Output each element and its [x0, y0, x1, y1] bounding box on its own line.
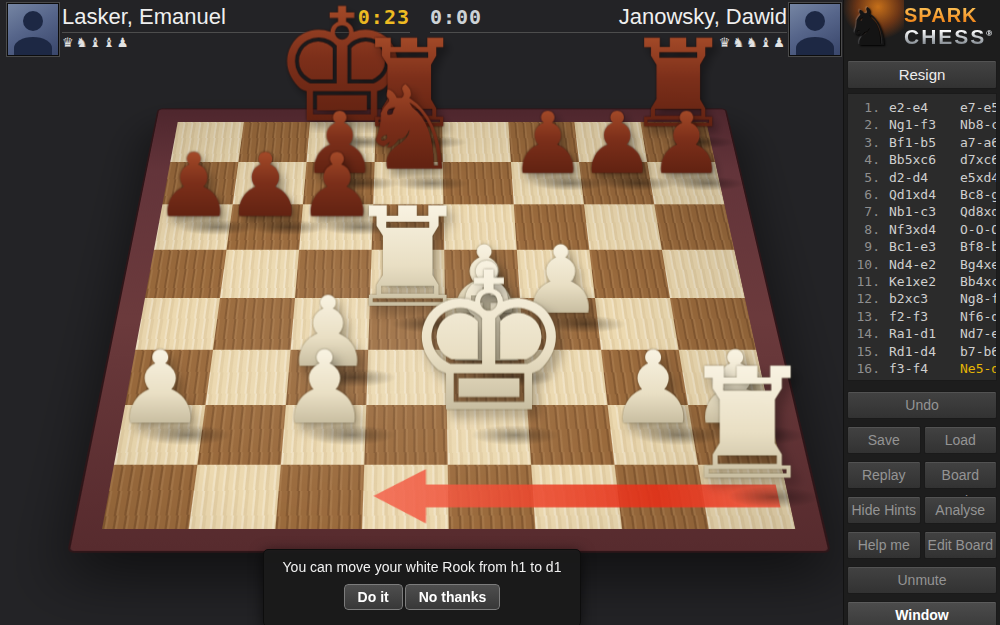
piece-shadow — [468, 425, 561, 446]
board-frame — [70, 109, 828, 550]
move-row[interactable]: 14.Ra1-d1Nd7-e5 — [854, 325, 996, 342]
move-row[interactable]: 13.f2-f3Nf6-d7 — [854, 308, 996, 325]
panel-button-edit-board[interactable]: Edit Board — [924, 531, 998, 559]
square-b1[interactable] — [189, 465, 281, 529]
move-row[interactable]: 7.Nb1-c3Qd8xd4 — [854, 203, 996, 220]
piece-shadow — [465, 315, 552, 333]
piece-shadow — [322, 176, 400, 191]
square-f8[interactable] — [508, 122, 579, 162]
brand-spark: SPARK — [904, 5, 994, 25]
piece-shadow — [325, 135, 401, 149]
player-bar: Lasker, Emanuel 0:23 ♛♞♝♝♟ 0:00 Janowsky… — [0, 0, 843, 52]
panel-button-hide-hints[interactable]: Hide Hints — [847, 496, 921, 524]
piece-shadow — [541, 315, 628, 333]
sparkchess-logo: ♞ SPARK CHESS® — [844, 0, 1000, 57]
square-f5[interactable] — [517, 250, 595, 298]
piece-shadow — [393, 135, 469, 149]
square-c4[interactable] — [291, 298, 370, 350]
black-knight-d7[interactable]: ♞ — [357, 71, 461, 187]
square-h6[interactable] — [654, 204, 734, 249]
hint-text: You can move your white Rook from h1 to … — [264, 559, 580, 575]
panel-button-help-me[interactable]: Help me — [847, 531, 921, 559]
piece-shadow — [392, 176, 470, 191]
square-h8[interactable] — [640, 122, 715, 162]
square-d1[interactable] — [362, 465, 449, 529]
registered-mark: ® — [986, 29, 994, 38]
square-d3[interactable] — [366, 350, 446, 405]
square-g5[interactable] — [589, 250, 670, 298]
square-g4[interactable] — [595, 298, 679, 350]
square-a6[interactable] — [154, 204, 233, 249]
move-row[interactable]: 3.Bf1-b5a7-a6 — [854, 134, 996, 151]
move-row[interactable]: 11.Ke1xe2Bb4xc3 — [854, 273, 996, 290]
black-pawn-a6[interactable]: ♟ — [154, 143, 233, 231]
captured-white: ♛♞♝♝♟ — [62, 35, 410, 50]
sparkchess-knight-logo-icon: ♞ — [846, 0, 893, 56]
sidebar: ♞ SPARK CHESS® Resign 1.e2-e4e7-e52.Ng1-… — [843, 0, 1000, 625]
panel-button-save[interactable]: Save — [847, 426, 921, 454]
square-f1[interactable] — [531, 465, 622, 529]
move-row[interactable]: 12.b2xc3Ng8-f6 — [854, 290, 996, 307]
square-h2[interactable] — [688, 405, 781, 465]
move-row[interactable]: 4.Bb5xc6d7xc6 — [854, 151, 996, 168]
square-b5[interactable] — [220, 250, 299, 298]
captured-piece-icon: ♛ — [62, 35, 76, 50]
white-pawn-c3[interactable]: ♟ — [284, 284, 371, 381]
square-b8[interactable] — [238, 122, 310, 162]
square-c5[interactable] — [295, 250, 372, 298]
square-d8[interactable] — [375, 122, 443, 162]
avatar-silhouette-icon — [14, 37, 52, 56]
panel-button-window[interactable]: Window — [847, 601, 997, 625]
piece-shadow — [175, 219, 257, 235]
panel-button-undo[interactable]: Undo — [847, 391, 997, 419]
square-d6[interactable] — [372, 204, 445, 249]
piece-shadow — [599, 176, 679, 191]
captured-piece-icon: ♞ — [746, 35, 760, 50]
chess-board[interactable]: ♚♜♜♟♞♟♟♟♟♟♟♜♟♟♟♝♟♟♚♟♟♜ — [70, 109, 828, 550]
square-a5[interactable] — [145, 250, 227, 298]
square-b7[interactable] — [233, 162, 307, 205]
black-pawn-g7[interactable]: ♟ — [578, 101, 654, 186]
captured-piece-icon: ♝ — [760, 35, 774, 50]
square-d4[interactable] — [368, 298, 446, 350]
square-e8[interactable] — [442, 122, 511, 162]
square-e1[interactable] — [448, 465, 536, 529]
piece-shadow — [530, 176, 609, 191]
square-a2[interactable] — [114, 405, 206, 465]
square-h4[interactable] — [670, 298, 756, 350]
square-d5[interactable] — [370, 250, 445, 298]
square-b6[interactable] — [227, 204, 303, 249]
square-g8[interactable] — [574, 122, 647, 162]
no-thanks-button[interactable]: No thanks — [405, 584, 501, 610]
piece-layer: ♚♜♜♟♞♟♟♟♟♟♟♜♟♟♟♝♟♟♚♟♟♜ — [102, 122, 795, 529]
piece-shadow — [712, 425, 808, 446]
panel-button-replay[interactable]: Replay — [847, 461, 921, 489]
square-e4[interactable] — [445, 298, 523, 350]
brand-chess: CHESS® — [904, 26, 994, 47]
square-c2[interactable] — [281, 405, 366, 465]
move-row[interactable]: 15.Rd1-d4b7-b6 — [854, 343, 996, 360]
square-c8[interactable] — [307, 122, 376, 162]
white-player-clock: 0:23 — [358, 5, 410, 29]
avatar-silhouette-icon — [805, 11, 825, 31]
square-e6[interactable] — [443, 204, 516, 249]
piece-shadow — [631, 425, 726, 446]
board-lighting — [102, 122, 795, 529]
piece-shadow — [660, 135, 738, 149]
square-e7[interactable] — [443, 162, 514, 205]
captured-piece-icon: ♝ — [103, 35, 117, 50]
captured-piece-icon: ♟ — [117, 35, 131, 50]
black-pawn-h7[interactable]: ♟ — [648, 101, 724, 186]
white-king-e2[interactable]: ♚ — [402, 248, 574, 440]
square-g7[interactable] — [579, 162, 654, 205]
square-e2[interactable] — [447, 405, 531, 465]
move-row[interactable]: 6.Qd1xd4Bc8-g4 — [854, 186, 996, 203]
avatar-silhouette-icon — [796, 37, 834, 56]
square-a8[interactable] — [170, 122, 244, 162]
white-pawn-a2[interactable]: ♟ — [115, 338, 205, 439]
white-pawn-c2[interactable]: ♟ — [279, 338, 369, 439]
board-scene: ♚♜♜♟♞♟♟♟♟♟♟♜♟♟♟♝♟♟♚♟♟♜ — [0, 0, 843, 625]
panel-buttons: UndoSaveLoadReplayBoard StyleHide HintsA… — [847, 391, 997, 625]
black-player-name: Janowsky, Dawid — [619, 4, 787, 30]
square-a4[interactable] — [135, 298, 220, 350]
captured-piece-icon: ♛ — [719, 35, 733, 50]
white-rook-h1[interactable]: ♜ — [678, 348, 816, 502]
square-f3[interactable] — [523, 350, 607, 405]
panel-button-load[interactable]: Load — [924, 426, 998, 454]
move-row[interactable]: 16.f3-f4Ne5-d7 — [854, 360, 996, 377]
piece-shadow — [304, 425, 397, 446]
hint-tooltip: You can move your white Rook from h1 to … — [263, 549, 581, 625]
piece-shadow — [389, 315, 475, 333]
panel-button-unmute[interactable]: Unmute — [847, 566, 997, 594]
do-it-button[interactable]: Do it — [344, 584, 403, 610]
white-pawn-e4[interactable]: ♟ — [442, 234, 526, 328]
square-h5[interactable] — [662, 250, 745, 298]
square-h1[interactable] — [698, 465, 795, 529]
white-player-avatar[interactable] — [7, 3, 59, 56]
white-player-info: Lasker, Emanuel 0:23 ♛♞♝♝♟ — [62, 4, 410, 50]
piece-shadow — [467, 368, 557, 387]
square-b2[interactable] — [197, 405, 285, 465]
move-row[interactable]: 10.Nd4-e2Bg4xe2 — [854, 256, 996, 273]
black-player-info: 0:00 Janowsky, Dawid ♛♞♞♝♟ — [430, 4, 787, 50]
white-rook-d4[interactable]: ♜ — [346, 190, 469, 328]
square-g3[interactable] — [601, 350, 688, 405]
square-a3[interactable] — [125, 350, 213, 405]
white-pawn-g2[interactable]: ♟ — [607, 338, 697, 439]
square-c3[interactable] — [286, 350, 368, 405]
white-player-name: Lasker, Emanuel — [62, 4, 226, 30]
piece-shadow — [308, 368, 397, 387]
captured-piece-icon: ♟ — [773, 35, 787, 50]
move-list[interactable]: 1.e2-e4e7-e52.Ng1-f3Nb8-c63.Bf1-b5a7-a64… — [847, 93, 997, 381]
black-pawn-b6[interactable]: ♟ — [226, 143, 305, 231]
black-player-clock: 0:00 — [430, 5, 482, 29]
square-g2[interactable] — [608, 405, 698, 465]
captured-piece-icon: ♝ — [89, 35, 103, 50]
square-a1[interactable] — [102, 465, 197, 529]
square-d7[interactable] — [373, 162, 443, 205]
black-player-avatar[interactable] — [789, 3, 841, 56]
panel-button-analyse[interactable]: Analyse — [924, 496, 998, 524]
square-g6[interactable] — [584, 204, 662, 249]
square-a7[interactable] — [162, 162, 238, 205]
move-row[interactable]: 1.e2-e4e7-e5 — [854, 99, 996, 116]
square-c7[interactable] — [303, 162, 375, 205]
black-pawn-c6[interactable]: ♟ — [297, 143, 376, 231]
square-h7[interactable] — [647, 162, 724, 205]
square-f2[interactable] — [527, 405, 614, 465]
panel-button-board-style[interactable]: Board Style — [924, 461, 998, 489]
square-h3[interactable] — [679, 350, 769, 405]
square-e5[interactable] — [444, 250, 520, 298]
game-area: Lasker, Emanuel 0:23 ♛♞♝♝♟ 0:00 Janowsky… — [0, 0, 843, 625]
square-g1[interactable] — [615, 465, 709, 529]
square-b3[interactable] — [205, 350, 290, 405]
piece-shadow — [319, 219, 400, 235]
hint-arrow — [373, 469, 784, 523]
piece-shadow — [724, 486, 824, 509]
resign-button[interactable]: Resign — [847, 60, 997, 89]
captured-black: ♛♞♞♝♟ — [430, 35, 787, 50]
black-pawn-f7[interactable]: ♟ — [509, 101, 585, 186]
square-d2[interactable] — [364, 405, 447, 465]
square-f6[interactable] — [514, 204, 590, 249]
move-row[interactable]: 2.Ng1-f3Nb8-c6 — [854, 116, 996, 133]
white-pawn-f4[interactable]: ♟ — [518, 234, 602, 328]
square-c1[interactable] — [275, 465, 364, 529]
white-pawn-h2[interactable]: ♟ — [690, 338, 780, 439]
move-row[interactable]: 8.Nf3xd4O-O-O — [854, 221, 996, 238]
piece-shadow — [247, 219, 328, 235]
square-c6[interactable] — [299, 204, 373, 249]
piece-shadow — [139, 425, 234, 446]
white-bishop-e3[interactable]: ♝ — [424, 244, 547, 381]
square-e3[interactable] — [446, 350, 527, 405]
move-row[interactable]: 9.Bc1-e3Bf8-b4 — [854, 238, 996, 255]
square-f7[interactable] — [511, 162, 584, 205]
black-pawn-c7[interactable]: ♟ — [301, 101, 377, 186]
avatar-silhouette-icon — [23, 11, 43, 31]
square-b4[interactable] — [213, 298, 295, 350]
captured-piece-icon: ♞ — [76, 35, 90, 50]
board-grid — [102, 122, 795, 529]
square-f4[interactable] — [520, 298, 601, 350]
move-row[interactable]: 5.d2-d4e5xd4 — [854, 169, 996, 186]
captured-piece-icon: ♞ — [732, 35, 746, 50]
piece-shadow — [667, 176, 748, 191]
